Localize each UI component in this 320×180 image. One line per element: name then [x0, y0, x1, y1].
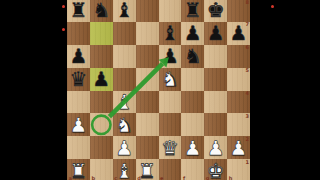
square-a2[interactable] [67, 136, 90, 159]
square-e4[interactable] [159, 91, 182, 114]
square-f2[interactable]: ♟ [181, 136, 204, 159]
piece-black-bishop: ♝ [115, 0, 133, 20]
rank-label-2: 2 [246, 137, 249, 142]
piece-black-knight: ♞ [92, 0, 110, 20]
piece-black-pawn: ♟ [184, 23, 202, 43]
piece-white-knight: ♞ [115, 114, 133, 134]
square-c7[interactable] [113, 22, 136, 45]
square-c8[interactable]: ♝ [113, 0, 136, 22]
square-h3[interactable]: 3 [227, 113, 250, 136]
square-d3[interactable] [136, 113, 159, 136]
square-a8[interactable]: ♜ [67, 0, 90, 22]
piece-white-pawn: ♟ [230, 137, 248, 157]
file-label-a: a [69, 176, 72, 180]
piece-white-bishop: ♝ [115, 160, 133, 180]
piece-black-queen: ♛ [69, 69, 87, 89]
rank-label-6: 6 [246, 45, 249, 50]
square-d4[interactable] [136, 91, 159, 114]
square-b5[interactable]: ♟ [90, 68, 113, 91]
square-b8[interactable]: ♞ [90, 0, 113, 22]
square-c3[interactable]: ♞ [113, 113, 136, 136]
square-h7[interactable]: ♟7 [227, 22, 250, 45]
piece-white-rook: ♜ [138, 160, 156, 180]
chess-board: ♜♞♝♜♚8♝♟♟♟7♟♟♞6♛♟♞5♝4♟♞3♟♛♟♟♟2♜ab♝c♜def♚… [67, 0, 250, 180]
square-a3[interactable]: ♟ [67, 113, 90, 136]
file-label-h: h [229, 176, 233, 180]
piece-black-rook: ♜ [69, 0, 87, 20]
square-f5[interactable] [181, 68, 204, 91]
square-c6[interactable] [113, 45, 136, 68]
square-f6[interactable]: ♞ [181, 45, 204, 68]
square-a7[interactable] [67, 22, 90, 45]
square-f8[interactable]: ♜ [181, 0, 204, 22]
piece-white-pawn: ♟ [207, 137, 225, 157]
rank-label-7: 7 [246, 22, 249, 27]
square-g8[interactable]: ♚ [204, 0, 227, 22]
square-g4[interactable] [204, 91, 227, 114]
square-g5[interactable] [204, 68, 227, 91]
piece-white-pawn: ♟ [184, 137, 202, 157]
piece-black-pawn: ♟ [230, 23, 248, 43]
square-e6[interactable]: ♟ [159, 45, 182, 68]
piece-black-pawn: ♟ [69, 46, 87, 66]
square-a1[interactable]: ♜a [67, 159, 90, 180]
square-f3[interactable] [181, 113, 204, 136]
piece-white-bishop: ♝ [115, 91, 133, 111]
square-h6[interactable]: 6 [227, 45, 250, 68]
rank-label-8: 8 [246, 0, 249, 5]
piece-white-knight: ♞ [161, 69, 179, 89]
square-d2[interactable] [136, 136, 159, 159]
square-d8[interactable] [136, 0, 159, 22]
piece-black-knight: ♞ [184, 46, 202, 66]
square-b6[interactable] [90, 45, 113, 68]
square-g6[interactable] [204, 45, 227, 68]
square-c2[interactable]: ♟ [113, 136, 136, 159]
piece-black-rook: ♜ [184, 0, 202, 20]
square-d5[interactable] [136, 68, 159, 91]
square-a4[interactable] [67, 91, 90, 114]
rank-label-5: 5 [246, 68, 249, 73]
piece-black-king: ♚ [207, 0, 225, 20]
piece-white-queen: ♛ [161, 137, 179, 157]
square-f1[interactable]: f [181, 159, 204, 180]
square-b1[interactable]: b [90, 159, 113, 180]
piece-white-pawn: ♟ [115, 137, 133, 157]
square-d7[interactable] [136, 22, 159, 45]
file-label-d: d [137, 176, 141, 180]
square-g3[interactable] [204, 113, 227, 136]
rank-label-3: 3 [246, 114, 249, 119]
square-c5[interactable] [113, 68, 136, 91]
square-c1[interactable]: ♝c [113, 159, 136, 180]
file-label-f: f [183, 176, 185, 180]
square-d1[interactable]: ♜d [136, 159, 159, 180]
square-h4[interactable]: 4 [227, 91, 250, 114]
square-e2[interactable]: ♛ [159, 136, 182, 159]
square-e1[interactable]: e [159, 159, 182, 180]
square-b2[interactable] [90, 136, 113, 159]
square-b3[interactable] [90, 113, 113, 136]
file-label-e: e [160, 176, 163, 180]
rank-label-1: 1 [246, 160, 249, 165]
square-f7[interactable]: ♟ [181, 22, 204, 45]
square-e8[interactable] [159, 0, 182, 22]
square-a5[interactable]: ♛ [67, 68, 90, 91]
square-e7[interactable]: ♝ [159, 22, 182, 45]
square-e5[interactable]: ♞ [159, 68, 182, 91]
piece-white-king: ♚ [207, 160, 225, 180]
piece-black-pawn: ♟ [92, 69, 110, 89]
piece-black-pawn: ♟ [161, 46, 179, 66]
file-label-c: c [114, 176, 117, 180]
square-c4[interactable]: ♝ [113, 91, 136, 114]
file-label-g: g [206, 176, 210, 180]
square-h1[interactable]: 1h [227, 159, 250, 180]
piece-black-pawn: ♟ [207, 23, 225, 43]
square-h5[interactable]: 5 [227, 68, 250, 91]
square-g1[interactable]: ♚g [204, 159, 227, 180]
square-b4[interactable] [90, 91, 113, 114]
square-h2[interactable]: ♟2 [227, 136, 250, 159]
rank-label-4: 4 [246, 91, 249, 96]
video-frame: ♜♞♝♜♚8♝♟♟♟7♟♟♞6♛♟♞5♝4♟♞3♟♛♟♟♟2♜ab♝c♜def♚… [0, 0, 320, 180]
piece-black-bishop: ♝ [161, 23, 179, 43]
square-g7[interactable]: ♟ [204, 22, 227, 45]
square-g2[interactable]: ♟ [204, 136, 227, 159]
square-d6[interactable] [136, 45, 159, 68]
file-label-b: b [91, 176, 95, 180]
piece-white-pawn: ♟ [69, 114, 87, 134]
square-b7[interactable] [90, 22, 113, 45]
piece-white-rook: ♜ [69, 160, 87, 180]
square-e3[interactable] [159, 113, 182, 136]
square-f4[interactable] [181, 91, 204, 114]
square-h8[interactable]: 8 [227, 0, 250, 22]
square-a6[interactable]: ♟ [67, 45, 90, 68]
